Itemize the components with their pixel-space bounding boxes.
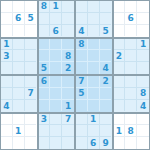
sudoku-cell-r2c3[interactable]: 5: [25, 13, 37, 25]
sudoku-cell-r9c3[interactable]: [25, 100, 37, 112]
sudoku-cell-r9c5[interactable]: [50, 100, 62, 112]
sudoku-cell-r7c5[interactable]: [50, 76, 62, 88]
sudoku-cell-r12c9[interactable]: 9: [100, 137, 112, 149]
sudoku-cell-r6c6[interactable]: 2: [62, 62, 74, 74]
sudoku-cell-r8c2[interactable]: [13, 88, 25, 100]
sudoku-cell-r8c3[interactable]: 7: [25, 88, 37, 100]
sudoku-box-3-2: 61: [39, 76, 75, 112]
sudoku-box-3-1: 74: [1, 76, 37, 112]
sudoku-cell-r9c9[interactable]: [100, 100, 112, 112]
sudoku-cell-r12c10[interactable]: [114, 137, 126, 149]
sudoku-cell-r2c11[interactable]: 6: [125, 13, 137, 25]
sudoku-cell-r12c4[interactable]: [39, 137, 51, 149]
sudoku-cell-r2c10[interactable]: [114, 13, 126, 25]
sudoku-cell-r1c6[interactable]: [62, 1, 74, 13]
sudoku-cell-r3c10[interactable]: [114, 25, 126, 37]
sudoku-cell-r10c7[interactable]: [76, 114, 88, 126]
sudoku-cell-r11c7[interactable]: [76, 125, 88, 137]
sudoku-cell-r12c12[interactable]: [137, 137, 149, 149]
sudoku-box-1-1: 65: [1, 1, 37, 37]
sudoku-cell-r3c6[interactable]: [62, 25, 74, 37]
sudoku-cell-r1c11[interactable]: [125, 1, 137, 13]
sudoku-cell-r2c12[interactable]: [137, 13, 149, 25]
sudoku-cell-r5c11[interactable]: [125, 50, 137, 62]
sudoku-cell-r9c4[interactable]: [39, 100, 51, 112]
sudoku-cell-r1c10[interactable]: [114, 1, 126, 13]
sudoku-cell-r7c11[interactable]: [125, 76, 137, 88]
sudoku-cell-r7c1[interactable]: [1, 76, 13, 88]
sudoku-cell-r6c4[interactable]: 5: [39, 62, 51, 74]
sudoku-cell-r2c1[interactable]: [1, 13, 13, 25]
sudoku-cell-r4c4[interactable]: [39, 39, 51, 51]
sudoku-cell-r6c2[interactable]: [13, 62, 25, 74]
sudoku-cell-r3c1[interactable]: [1, 25, 13, 37]
sudoku-cell-r11c1[interactable]: [1, 125, 13, 137]
sudoku-cell-r2c9[interactable]: [100, 13, 112, 25]
sudoku-cell-r6c9[interactable]: 4: [100, 62, 112, 74]
sudoku-cell-r8c12[interactable]: 8: [137, 88, 149, 100]
sudoku-cell-r9c6[interactable]: 1: [62, 100, 74, 112]
sudoku-cell-r3c4[interactable]: [39, 25, 51, 37]
sudoku-cell-r8c5[interactable]: [50, 88, 62, 100]
sudoku-cell-r8c7[interactable]: 5: [76, 88, 88, 100]
sudoku-cell-r4c12[interactable]: 1: [137, 39, 149, 51]
sudoku-cell-r10c6[interactable]: 7: [62, 114, 74, 126]
sudoku-box-2-4: 12: [114, 39, 150, 75]
sudoku-cell-r1c8[interactable]: [88, 1, 100, 13]
sudoku-cell-r5c5[interactable]: [50, 50, 62, 62]
sudoku-cell-r12c5[interactable]: [50, 137, 62, 149]
sudoku-cell-r5c2[interactable]: [13, 50, 25, 62]
sudoku-cell-r12c8[interactable]: 6: [88, 137, 100, 149]
sudoku-cell-r5c9[interactable]: [100, 50, 112, 62]
sudoku-cell-r8c4[interactable]: [39, 88, 51, 100]
sudoku-cell-r2c5[interactable]: [50, 13, 62, 25]
sudoku-box-3-4: 84: [114, 76, 150, 112]
sudoku-cell-r1c1[interactable]: [1, 1, 13, 13]
sudoku-cell-r4c9[interactable]: [100, 39, 112, 51]
sudoku-cell-r10c8[interactable]: 1: [88, 114, 100, 126]
sudoku-cell-r6c1[interactable]: [1, 62, 13, 74]
sudoku-box-4-4: 18: [114, 114, 150, 150]
sudoku-cell-r4c2[interactable]: [13, 39, 25, 51]
sudoku-cell-r7c3[interactable]: [25, 76, 37, 88]
sudoku-cell-r10c9[interactable]: [100, 114, 112, 126]
sudoku-cell-r5c1[interactable]: 3: [1, 50, 13, 62]
sudoku-box-2-1: 13: [1, 39, 37, 75]
sudoku-cell-r7c12[interactable]: [137, 76, 149, 88]
sudoku-cell-r9c7[interactable]: [76, 100, 88, 112]
sudoku-box-2-3: 84: [76, 39, 112, 75]
sudoku-cell-r7c6[interactable]: [62, 76, 74, 88]
sudoku-cell-r11c10[interactable]: 1: [114, 125, 126, 137]
sudoku-cell-r8c8[interactable]: [88, 88, 100, 100]
sudoku-cell-r4c3[interactable]: [25, 39, 37, 51]
sudoku-cell-r11c12[interactable]: [137, 125, 149, 137]
sudoku-box-2-2: 852: [39, 39, 75, 75]
sudoku-cell-r4c8[interactable]: [88, 39, 100, 51]
sudoku-box-3-3: 725: [76, 76, 112, 112]
sudoku-cell-r4c6[interactable]: [62, 39, 74, 51]
sudoku-cell-r10c11[interactable]: [125, 114, 137, 126]
sudoku-cell-r11c3[interactable]: [25, 125, 37, 137]
sudoku-cell-r6c5[interactable]: [50, 62, 62, 74]
sudoku-cell-r6c11[interactable]: [125, 62, 137, 74]
sudoku-cell-r4c7[interactable]: 8: [76, 39, 88, 51]
sudoku-cell-r1c5[interactable]: 1: [50, 1, 62, 13]
sudoku-board: 6581645613852841274617258413716918: [0, 0, 150, 150]
sudoku-cell-r12c2[interactable]: [13, 137, 25, 149]
sudoku-cell-r5c12[interactable]: [137, 50, 149, 62]
sudoku-cell-r9c2[interactable]: [13, 100, 25, 112]
sudoku-cell-r4c10[interactable]: [114, 39, 126, 51]
sudoku-cell-r2c7[interactable]: [76, 13, 88, 25]
sudoku-cell-r12c3[interactable]: [25, 137, 37, 149]
sudoku-box-1-4: 6: [114, 1, 150, 37]
sudoku-cell-r1c7[interactable]: [76, 1, 88, 13]
sudoku-cell-r5c10[interactable]: 2: [114, 50, 126, 62]
sudoku-box-4-3: 169: [76, 114, 112, 150]
sudoku-cell-r7c2[interactable]: [13, 76, 25, 88]
sudoku-cell-r9c12[interactable]: 4: [137, 100, 149, 112]
sudoku-cell-r9c10[interactable]: [114, 100, 126, 112]
sudoku-cell-r7c9[interactable]: 2: [100, 76, 112, 88]
sudoku-cell-r2c8[interactable]: [88, 13, 100, 25]
sudoku-cell-r2c6[interactable]: [62, 13, 74, 25]
sudoku-cell-r7c8[interactable]: [88, 76, 100, 88]
sudoku-cell-r8c11[interactable]: [125, 88, 137, 100]
sudoku-cell-r1c2[interactable]: [13, 1, 25, 13]
sudoku-cell-r5c8[interactable]: [88, 50, 100, 62]
sudoku-cell-r11c4[interactable]: [39, 125, 51, 137]
sudoku-cell-r10c12[interactable]: [137, 114, 149, 126]
sudoku-cell-r11c8[interactable]: [88, 125, 100, 137]
sudoku-cell-r5c4[interactable]: [39, 50, 51, 62]
sudoku-cell-r6c8[interactable]: [88, 62, 100, 74]
sudoku-cell-r4c5[interactable]: [50, 39, 62, 51]
sudoku-cell-r3c5[interactable]: 6: [50, 25, 62, 37]
sudoku-cell-r5c3[interactable]: [25, 50, 37, 62]
sudoku-cell-r12c11[interactable]: [125, 137, 137, 149]
sudoku-cell-r12c6[interactable]: [62, 137, 74, 149]
sudoku-cell-r9c1[interactable]: 4: [1, 100, 13, 112]
sudoku-cell-r4c1[interactable]: 1: [1, 39, 13, 51]
sudoku-cell-r6c12[interactable]: [137, 62, 149, 74]
sudoku-cell-r3c9[interactable]: 5: [100, 25, 112, 37]
sudoku-cell-r3c2[interactable]: [13, 25, 25, 37]
sudoku-cell-r7c4[interactable]: 6: [39, 76, 51, 88]
sudoku-cell-r2c2[interactable]: 6: [13, 13, 25, 25]
sudoku-cell-r9c11[interactable]: [125, 100, 137, 112]
sudoku-cell-r3c8[interactable]: [88, 25, 100, 37]
sudoku-cell-r8c6[interactable]: [62, 88, 74, 100]
sudoku-cell-r6c7[interactable]: [76, 62, 88, 74]
sudoku-box-4-2: 37: [39, 114, 75, 150]
sudoku-cell-r1c4[interactable]: 8: [39, 1, 51, 13]
sudoku-cell-r10c1[interactable]: [1, 114, 13, 126]
sudoku-cell-r10c5[interactable]: [50, 114, 62, 126]
sudoku-cell-r3c12[interactable]: [137, 25, 149, 37]
sudoku-cell-r3c11[interactable]: [125, 25, 137, 37]
sudoku-cell-r4c11[interactable]: [125, 39, 137, 51]
sudoku-cell-r5c6[interactable]: 8: [62, 50, 74, 62]
sudoku-cell-r3c3[interactable]: [25, 25, 37, 37]
sudoku-cell-r1c12[interactable]: [137, 1, 149, 13]
sudoku-cell-r7c7[interactable]: 7: [76, 76, 88, 88]
sudoku-cell-r7c10[interactable]: [114, 76, 126, 88]
sudoku-cell-r3c7[interactable]: 4: [76, 25, 88, 37]
sudoku-cell-r8c9[interactable]: [100, 88, 112, 100]
sudoku-cell-r1c3[interactable]: [25, 1, 37, 13]
sudoku-box-1-3: 45: [76, 1, 112, 37]
sudoku-cell-r11c5[interactable]: [50, 125, 62, 137]
sudoku-cell-r10c3[interactable]: [25, 114, 37, 126]
sudoku-box-1-2: 816: [39, 1, 75, 37]
sudoku-box-4-1: 1: [1, 114, 37, 150]
sudoku-cell-r12c1[interactable]: [1, 137, 13, 149]
sudoku-cell-r8c10[interactable]: [114, 88, 126, 100]
sudoku-cell-r11c2[interactable]: 1: [13, 125, 25, 137]
sudoku-cell-r11c11[interactable]: 8: [125, 125, 137, 137]
sudoku-cell-r5c7[interactable]: [76, 50, 88, 62]
sudoku-cell-r8c1[interactable]: [1, 88, 13, 100]
sudoku-cell-r10c4[interactable]: 3: [39, 114, 51, 126]
sudoku-cell-r6c3[interactable]: [25, 62, 37, 74]
sudoku-cell-r12c7[interactable]: [76, 137, 88, 149]
sudoku-cell-r10c10[interactable]: [114, 114, 126, 126]
sudoku-cell-r11c9[interactable]: [100, 125, 112, 137]
sudoku-cell-r11c6[interactable]: [62, 125, 74, 137]
sudoku-cell-r1c9[interactable]: [100, 1, 112, 13]
sudoku-cell-r10c2[interactable]: [13, 114, 25, 126]
sudoku-cell-r9c8[interactable]: [88, 100, 100, 112]
sudoku-cell-r6c10[interactable]: [114, 62, 126, 74]
sudoku-cell-r2c4[interactable]: [39, 13, 51, 25]
